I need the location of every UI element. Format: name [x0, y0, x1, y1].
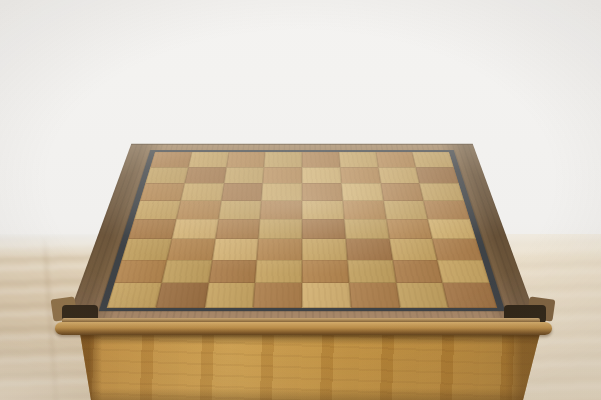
square-b6	[180, 183, 223, 200]
scene	[0, 0, 601, 400]
square-e8	[302, 152, 340, 167]
square-d6	[261, 183, 302, 200]
square-f8	[339, 152, 378, 167]
square-e3	[302, 239, 347, 260]
square-a7	[145, 167, 188, 183]
square-h8	[412, 152, 453, 167]
square-c4	[215, 219, 260, 239]
square-g2	[392, 260, 442, 283]
square-a6	[140, 183, 185, 200]
square-f7	[340, 167, 380, 183]
square-h2	[437, 260, 489, 283]
square-d4	[259, 219, 302, 239]
square-b2	[161, 260, 211, 283]
square-g5	[383, 201, 428, 219]
square-d1	[253, 283, 302, 308]
square-d7	[263, 167, 302, 183]
square-e6	[302, 183, 343, 200]
square-d5	[260, 201, 302, 219]
square-a3	[122, 239, 172, 260]
square-c1	[204, 283, 255, 308]
square-b4	[172, 219, 219, 239]
square-a8	[150, 152, 191, 167]
square-h5	[424, 201, 470, 219]
square-g7	[378, 167, 420, 183]
square-h6	[420, 183, 465, 200]
square-e4	[302, 219, 345, 239]
square-f1	[349, 283, 400, 308]
square-g3	[389, 239, 437, 260]
square-f2	[347, 260, 396, 283]
square-g1	[396, 283, 449, 308]
front-hinge-bar	[55, 322, 552, 335]
square-c2	[208, 260, 257, 283]
square-b3	[167, 239, 215, 260]
square-b7	[184, 167, 226, 183]
chess-table-top	[67, 144, 537, 320]
square-h4	[428, 219, 476, 239]
square-c5	[218, 201, 261, 219]
square-a5	[134, 201, 180, 219]
square-g4	[386, 219, 433, 239]
square-g8	[376, 152, 416, 167]
square-a2	[114, 260, 166, 283]
square-b5	[176, 201, 221, 219]
square-g6	[380, 183, 423, 200]
square-e1	[302, 283, 351, 308]
square-e2	[302, 260, 349, 283]
square-h1	[443, 283, 498, 308]
square-f6	[341, 183, 383, 200]
square-h3	[432, 239, 482, 260]
table-apron-panel	[0, 333, 601, 400]
square-f5	[343, 201, 386, 219]
square-f3	[345, 239, 392, 260]
square-c3	[212, 239, 259, 260]
square-b8	[188, 152, 228, 167]
square-e7	[302, 167, 341, 183]
chessboard	[107, 152, 497, 308]
square-b1	[156, 283, 209, 308]
square-e5	[302, 201, 344, 219]
square-a1	[107, 283, 162, 308]
square-d8	[264, 152, 302, 167]
square-c6	[221, 183, 263, 200]
square-a4	[128, 219, 176, 239]
square-d3	[257, 239, 302, 260]
square-c7	[224, 167, 264, 183]
square-c8	[226, 152, 265, 167]
square-d2	[255, 260, 302, 283]
square-f4	[344, 219, 389, 239]
square-h7	[416, 167, 459, 183]
